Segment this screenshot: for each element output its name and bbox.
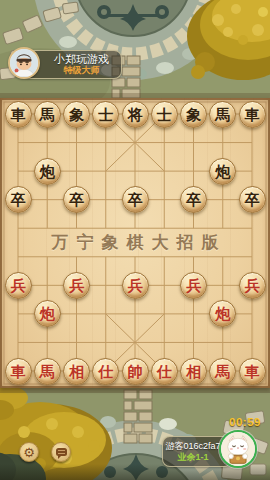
- piece-label: 兵: [123, 273, 148, 298]
- piece-label: 車: [240, 359, 265, 384]
- piece-label: 士: [152, 102, 177, 127]
- piece-black-炮[interactable]: 炮: [34, 158, 61, 185]
- piece-black-馬[interactable]: 馬: [34, 101, 61, 128]
- piece-label: 卒: [6, 187, 31, 212]
- piece-black-将[interactable]: 将: [122, 101, 149, 128]
- piece-label: 馬: [210, 359, 235, 384]
- piece-red-兵[interactable]: 兵: [122, 272, 149, 299]
- piece-label: 象: [181, 102, 206, 127]
- piece-label: 相: [64, 359, 89, 384]
- piece-red-馬[interactable]: 馬: [34, 358, 61, 385]
- piece-label: 炮: [35, 301, 60, 326]
- bottom-player-rank: 业余1-1: [177, 452, 208, 463]
- piece-red-炮[interactable]: 炮: [34, 300, 61, 327]
- top-scenery: [0, 0, 270, 98]
- piece-black-士[interactable]: 士: [92, 101, 119, 128]
- piece-black-卒[interactable]: 卒: [5, 186, 32, 213]
- piece-label: 帥: [123, 359, 148, 384]
- move-timer: 00:59: [229, 416, 261, 428]
- piece-red-相[interactable]: 相: [180, 358, 207, 385]
- piece-label: 士: [93, 102, 118, 127]
- piece-black-卒[interactable]: 卒: [122, 186, 149, 213]
- xiangqi-board[interactable]: 万宁象棋大招版 車馬象士将士象馬車炮炮卒卒卒卒卒兵兵兵兵兵炮炮車馬相仕帥仕相馬車: [0, 98, 270, 388]
- piece-black-卒[interactable]: 卒: [180, 186, 207, 213]
- piece-red-車[interactable]: 車: [239, 358, 266, 385]
- piece-label: 炮: [210, 301, 235, 326]
- river-title: 万宁象棋大招版: [0, 231, 270, 254]
- piece-black-車[interactable]: 車: [5, 101, 32, 128]
- piece-red-仕[interactable]: 仕: [151, 358, 178, 385]
- piece-label: 炮: [210, 159, 235, 184]
- piece-label: 兵: [64, 273, 89, 298]
- piece-label: 兵: [6, 273, 31, 298]
- piece-label: 兵: [240, 273, 265, 298]
- piece-label: 馬: [35, 359, 60, 384]
- piece-label: 車: [6, 359, 31, 384]
- piece-label: 卒: [240, 187, 265, 212]
- piece-label: 馬: [35, 102, 60, 127]
- chat-bubble-icon: [56, 448, 67, 456]
- bottom-player-avatar[interactable]: [219, 430, 257, 468]
- piece-label: 兵: [181, 273, 206, 298]
- piece-black-卒[interactable]: 卒: [239, 186, 266, 213]
- piece-label: 相: [181, 359, 206, 384]
- white-cat-icon: [221, 432, 255, 466]
- piece-red-帥[interactable]: 帥: [122, 358, 149, 385]
- piece-red-仕[interactable]: 仕: [92, 358, 119, 385]
- piece-label: 仕: [152, 359, 177, 384]
- top-player-name: 小郑玩游戏: [54, 53, 109, 65]
- piece-label: 卒: [181, 187, 206, 212]
- piece-red-兵[interactable]: 兵: [5, 272, 32, 299]
- piece-black-馬[interactable]: 馬: [209, 101, 236, 128]
- piece-red-兵[interactable]: 兵: [180, 272, 207, 299]
- chat-button[interactable]: [51, 442, 71, 462]
- top-player-rank: 特级大师: [64, 65, 100, 76]
- top-player-avatar[interactable]: [8, 47, 40, 79]
- piece-label: 車: [240, 102, 265, 127]
- piece-label: 象: [64, 102, 89, 127]
- piece-black-士[interactable]: 士: [151, 101, 178, 128]
- piece-red-馬[interactable]: 馬: [209, 358, 236, 385]
- piece-black-卒[interactable]: 卒: [63, 186, 90, 213]
- piece-label: 卒: [64, 187, 89, 212]
- piece-red-車[interactable]: 車: [5, 358, 32, 385]
- piece-label: 将: [123, 102, 148, 127]
- piece-black-象[interactable]: 象: [180, 101, 207, 128]
- piece-label: 炮: [35, 159, 60, 184]
- piece-label: 卒: [123, 187, 148, 212]
- piece-label: 馬: [210, 102, 235, 127]
- game-screen: 万宁象棋大招版 車馬象士将士象馬車炮炮卒卒卒卒卒兵兵兵兵兵炮炮車馬相仕帥仕相馬車…: [0, 0, 270, 480]
- piece-label: 仕: [93, 359, 118, 384]
- piece-red-炮[interactable]: 炮: [209, 300, 236, 327]
- settings-button[interactable]: ⚙: [19, 442, 39, 462]
- gear-icon: ⚙: [23, 446, 35, 459]
- boy-astronaut-icon: [10, 49, 38, 77]
- piece-black-炮[interactable]: 炮: [209, 158, 236, 185]
- piece-black-車[interactable]: 車: [239, 101, 266, 128]
- piece-red-兵[interactable]: 兵: [239, 272, 266, 299]
- piece-black-象[interactable]: 象: [63, 101, 90, 128]
- piece-label: 車: [6, 102, 31, 127]
- piece-red-相[interactable]: 相: [63, 358, 90, 385]
- bottom-player-name: 游客016c2fa7: [165, 441, 220, 452]
- piece-red-兵[interactable]: 兵: [63, 272, 90, 299]
